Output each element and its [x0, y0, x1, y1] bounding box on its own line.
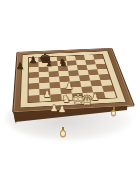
board-border-band	[19, 51, 127, 108]
chess-board	[12, 48, 135, 113]
brass-clasp-1	[60, 129, 66, 136]
chess-set-photo: ♟♟♚♝♞♟♟♞♚♛♟♟♟	[0, 0, 140, 187]
square-c1	[50, 94, 62, 101]
square-h1	[104, 91, 117, 98]
square-b1	[39, 95, 50, 102]
board-squares-grid	[27, 54, 117, 103]
square-a1	[29, 95, 40, 102]
brass-clasp-2	[111, 109, 116, 115]
